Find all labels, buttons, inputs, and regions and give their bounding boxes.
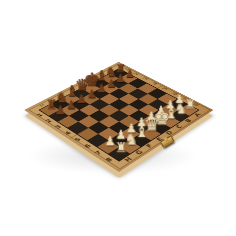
piece-light-pawn: ♟ xyxy=(96,135,124,148)
piece-light-king: ♚ xyxy=(148,109,175,129)
piece-light-knight: ♞ xyxy=(117,133,145,148)
piece-light-rook: ♜ xyxy=(106,141,135,155)
product-photo-chess-set[interactable]: 1234567812345678HGFEDCBAHGFEDCBA ♜♞♝♛♚♝♞… xyxy=(0,0,236,236)
photo-scene: 1234567812345678HGFEDCBAHGFEDCBA ♜♞♝♛♚♝♞… xyxy=(0,0,236,236)
piece-light-bishop: ♝ xyxy=(128,125,156,141)
piece-light-pawn: ♟ xyxy=(138,111,165,123)
piece-light-pawn: ♟ xyxy=(117,123,144,135)
